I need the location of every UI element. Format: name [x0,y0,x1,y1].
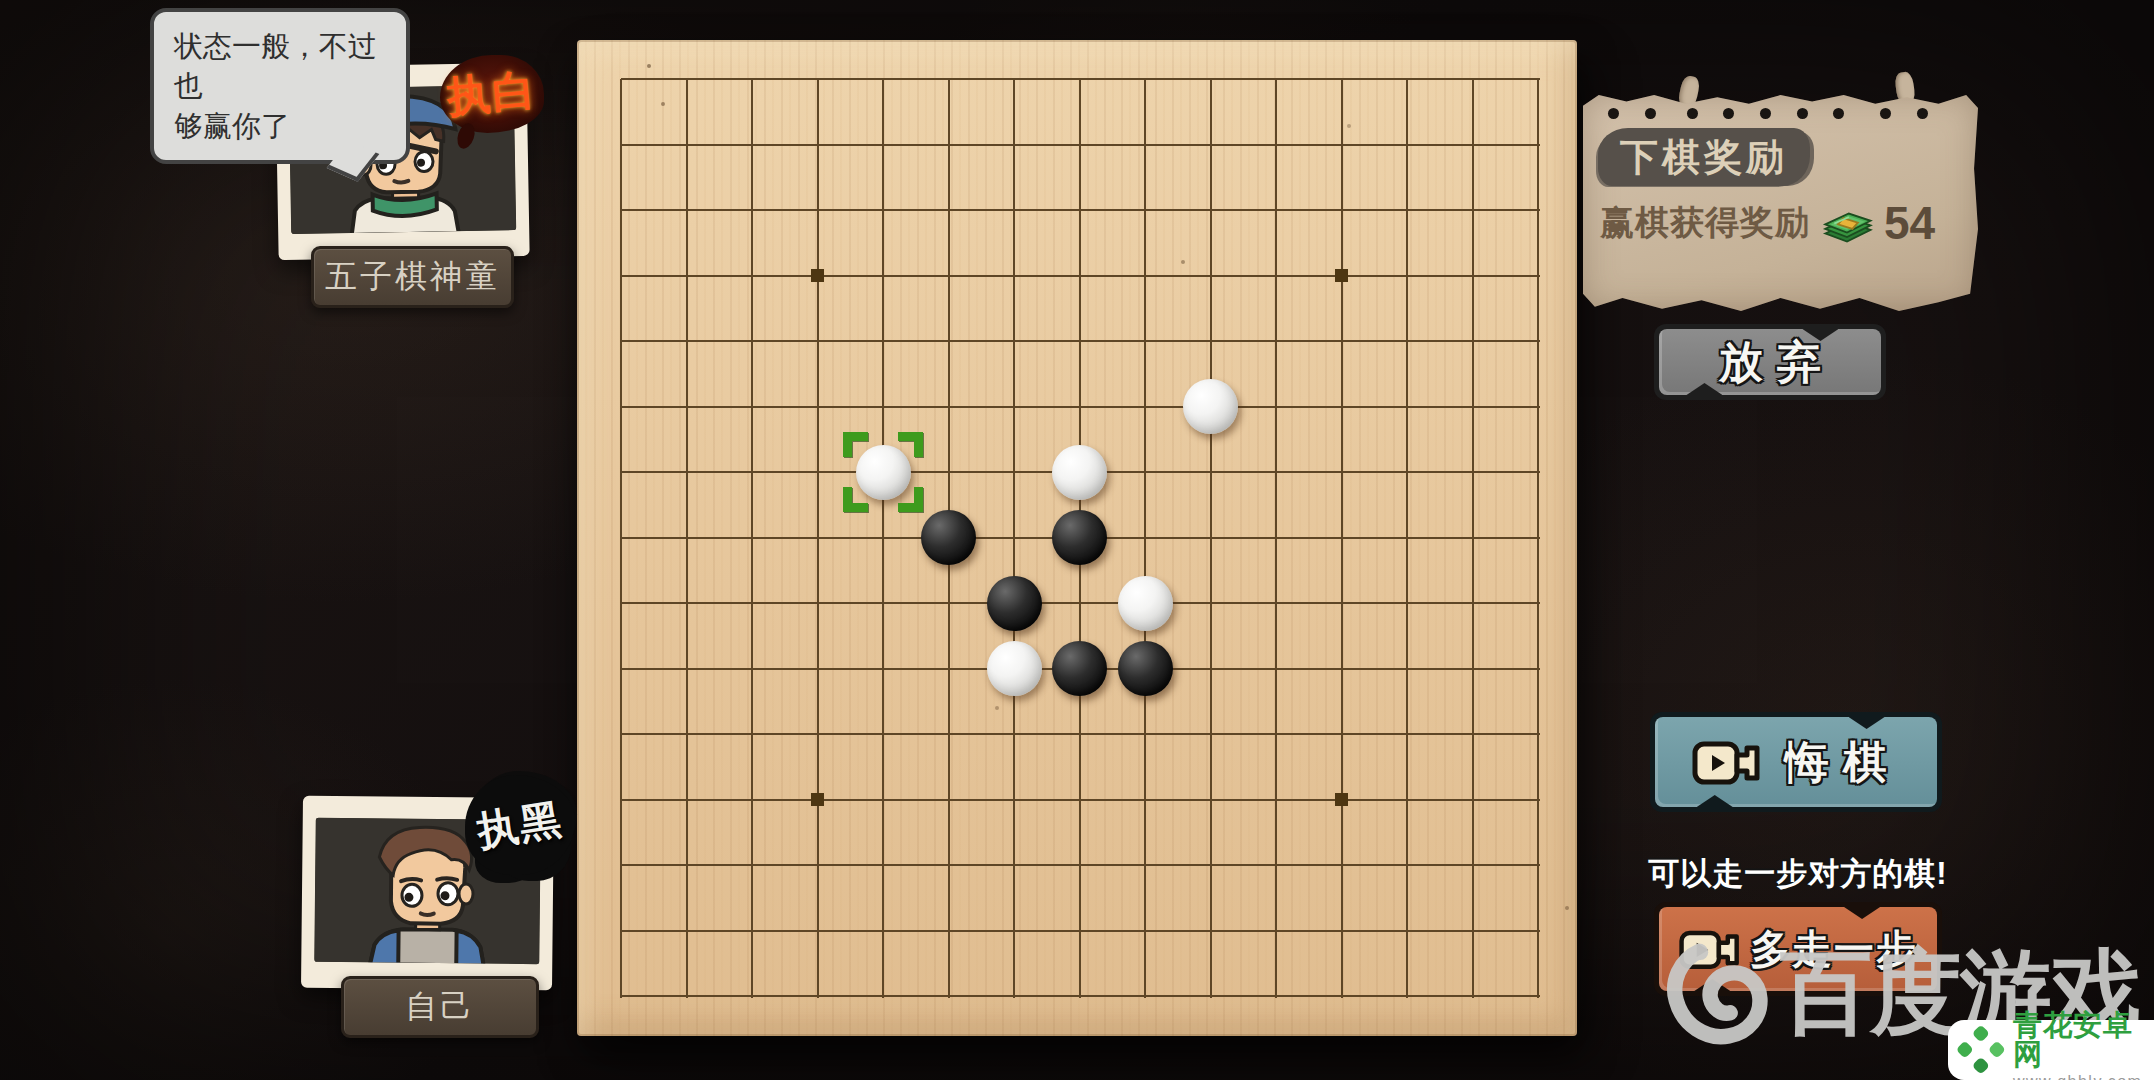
white-stone [987,641,1042,696]
speech-line: 够赢你了 [174,106,386,146]
punch-hole [1833,108,1844,119]
grid-line-vertical [1472,79,1474,998]
white-side-badge: 执白 [440,55,544,133]
grid-line-vertical [1406,79,1408,998]
punch-hole [1880,108,1891,119]
gomoku-board[interactable] [577,40,1577,1036]
punch-hole [1917,108,1928,119]
site-name: 青花安卓网 [2013,1011,2154,1069]
clover-icon [1956,1024,2005,1076]
undo-button[interactable]: 悔棋 [1650,712,1942,812]
grid-line-horizontal [621,209,1540,211]
grid-line-horizontal [621,78,1540,80]
grid-line-horizontal [621,275,1540,277]
grid-line-vertical [1013,79,1015,998]
grid-line-vertical [1275,79,1277,998]
black-stone [1052,510,1107,565]
player-name: 自己 [405,985,475,1029]
grid-line-horizontal [621,864,1540,866]
grid-line-vertical [1210,79,1212,998]
wood-specks [647,64,651,68]
undo-label: 悔棋 [1779,733,1901,792]
grid-line-horizontal [621,602,1540,604]
video-ad-icon [1691,734,1763,790]
grid-line-horizontal [621,406,1540,408]
white-stone [1052,445,1107,500]
grid-line-horizontal [621,144,1540,146]
grid-line-horizontal [621,799,1540,801]
punch-hole [1723,108,1734,119]
grid-line-vertical [686,79,688,998]
grid-line-horizontal [621,930,1540,932]
punch-hole [1608,108,1619,119]
game-screen: 状态一般，不过也 够赢你了 [0,0,2154,1080]
star-point [811,793,824,806]
grid-line-vertical [751,79,753,998]
grid-line-vertical [1341,79,1343,998]
player-nameplate: 自己 [341,976,539,1038]
reward-desc: 赢棋获得奖励 [1600,200,1810,246]
grid-line-horizontal [621,995,1540,997]
white-stone [1183,379,1238,434]
grid-line-vertical [620,79,622,998]
grid-line-vertical [1537,79,1539,998]
site-url: www.qhhlv.com [2013,1074,2154,1080]
speech-line: 状态一般，不过也 [174,26,386,106]
black-side-badge: 执黑 [465,775,575,875]
forfeit-button-face: 放弃 [1659,329,1881,395]
star-point [1335,793,1348,806]
punch-hole [1797,108,1808,119]
grid-line-vertical [817,79,819,998]
punch-hole [1687,108,1698,119]
grid-line-horizontal [621,340,1540,342]
reward-title-banner: 下棋奖励 [1598,128,1810,186]
punch-hole [1645,108,1656,119]
reward-title: 下棋奖励 [1620,132,1788,183]
black-stone [921,510,976,565]
black-stone [1118,641,1173,696]
undo-button-face: 悔棋 [1655,717,1937,807]
black-stone [987,576,1042,631]
extra-move-hint: 可以走一步对方的棋! [1610,853,1986,895]
site-watermark-badge: 青花安卓网 www.qhhlv.com [1948,1020,2154,1080]
forfeit-label: 放弃 [1705,333,1835,392]
reward-amount: 54 [1884,196,1935,250]
baidu-game-logo [1662,938,1772,1048]
grid-line-horizontal [621,733,1540,735]
forfeit-button[interactable]: 放弃 [1654,324,1886,400]
last-move-marker [843,432,923,512]
badge-label: 执白 [445,61,540,127]
black-stone [1052,641,1107,696]
money-stack-icon [1818,199,1876,248]
grid-line-vertical [1144,79,1146,998]
punch-hole [1760,108,1771,119]
reward-note: 下棋奖励 赢棋获得奖励 54 [1583,95,1978,311]
white-stone [1118,576,1173,631]
star-point [1335,269,1348,282]
speech-bubble: 状态一般，不过也 够赢你了 [150,8,410,164]
grid-line-vertical [882,79,884,998]
opponent-nameplate: 五子棋神童 [311,246,514,308]
star-point [811,269,824,282]
reward-line: 赢棋获得奖励 54 [1600,191,1966,255]
opponent-name: 五子棋神童 [325,255,500,299]
